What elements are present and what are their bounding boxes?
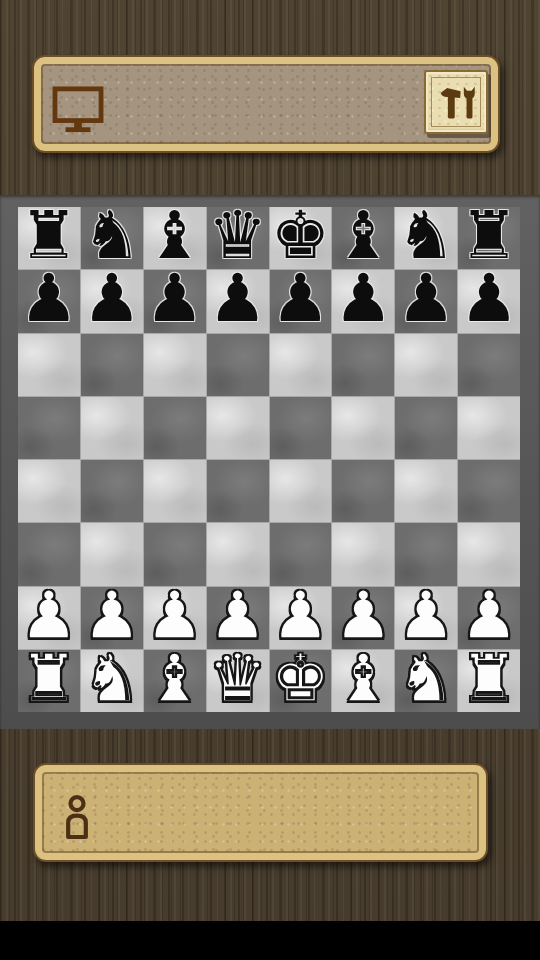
white-bishop: ♝ — [145, 648, 204, 710]
black-pawn: ♟ — [145, 268, 204, 330]
black-knight: ♞ — [82, 205, 141, 267]
black-rook: ♜ — [459, 205, 518, 267]
square-e1[interactable]: ♚ — [270, 650, 332, 712]
white-pawn: ♟ — [397, 585, 456, 647]
square-b1[interactable]: ♞ — [81, 650, 143, 712]
square-c1[interactable]: ♝ — [144, 650, 206, 712]
white-knight: ♞ — [397, 648, 456, 710]
square-b5[interactable] — [81, 397, 143, 459]
square-e4[interactable] — [270, 460, 332, 522]
white-bishop: ♝ — [334, 648, 393, 710]
human-player-panel — [33, 763, 488, 862]
square-f6[interactable] — [332, 334, 394, 396]
square-a6[interactable] — [18, 334, 80, 396]
square-h6[interactable] — [458, 334, 520, 396]
white-king: ♚ — [271, 648, 330, 710]
white-pawn: ♟ — [271, 585, 330, 647]
white-knight: ♞ — [82, 648, 141, 710]
square-h4[interactable] — [458, 460, 520, 522]
chess-board-grid: ♜♞♝♛♚♝♞♜♟♟♟♟♟♟♟♟♟♟♟♟♟♟♟♟♜♞♝♛♚♝♞♜ — [18, 207, 520, 712]
square-b6[interactable] — [81, 334, 143, 396]
square-g6[interactable] — [395, 334, 457, 396]
navigation-bar-area — [0, 921, 540, 960]
white-pawn: ♟ — [459, 585, 518, 647]
person-icon — [64, 794, 90, 840]
square-g1[interactable]: ♞ — [395, 650, 457, 712]
white-rook: ♜ — [19, 648, 78, 710]
square-c7[interactable]: ♟ — [144, 270, 206, 332]
black-pawn: ♟ — [397, 268, 456, 330]
white-pawn: ♟ — [334, 585, 393, 647]
square-c6[interactable] — [144, 334, 206, 396]
square-a5[interactable] — [18, 397, 80, 459]
square-h7[interactable]: ♟ — [458, 270, 520, 332]
square-a1[interactable]: ♜ — [18, 650, 80, 712]
square-f5[interactable] — [332, 397, 394, 459]
black-bishop: ♝ — [334, 205, 393, 267]
black-pawn: ♟ — [334, 268, 393, 330]
square-d6[interactable] — [207, 334, 269, 396]
black-knight: ♞ — [397, 205, 456, 267]
white-pawn: ♟ — [19, 585, 78, 647]
square-g5[interactable] — [395, 397, 457, 459]
square-f7[interactable]: ♟ — [332, 270, 394, 332]
square-e7[interactable]: ♟ — [270, 270, 332, 332]
white-pawn: ♟ — [82, 585, 141, 647]
square-f1[interactable]: ♝ — [332, 650, 394, 712]
settings-button[interactable] — [424, 70, 488, 134]
white-queen: ♛ — [208, 648, 267, 710]
black-rook: ♜ — [19, 205, 78, 267]
black-pawn: ♟ — [82, 268, 141, 330]
square-c4[interactable] — [144, 460, 206, 522]
square-b4[interactable] — [81, 460, 143, 522]
square-g7[interactable]: ♟ — [395, 270, 457, 332]
black-queen: ♛ — [208, 205, 267, 267]
white-rook: ♜ — [459, 648, 518, 710]
square-a4[interactable] — [18, 460, 80, 522]
white-pawn: ♟ — [208, 585, 267, 647]
monitor-icon — [52, 86, 104, 134]
black-pawn: ♟ — [19, 268, 78, 330]
tools-icon — [437, 83, 477, 123]
square-d4[interactable] — [207, 460, 269, 522]
square-a7[interactable]: ♟ — [18, 270, 80, 332]
black-pawn: ♟ — [271, 268, 330, 330]
black-king: ♚ — [271, 205, 330, 267]
square-e5[interactable] — [270, 397, 332, 459]
black-pawn: ♟ — [208, 268, 267, 330]
square-g4[interactable] — [395, 460, 457, 522]
square-c5[interactable] — [144, 397, 206, 459]
computer-player-panel — [32, 55, 500, 153]
square-d5[interactable] — [207, 397, 269, 459]
square-d7[interactable]: ♟ — [207, 270, 269, 332]
chess-board: ♜♞♝♛♚♝♞♜♟♟♟♟♟♟♟♟♟♟♟♟♟♟♟♟♜♞♝♛♚♝♞♜ — [0, 195, 540, 729]
square-e6[interactable] — [270, 334, 332, 396]
black-pawn: ♟ — [459, 268, 518, 330]
white-pawn: ♟ — [145, 585, 204, 647]
black-bishop: ♝ — [145, 205, 204, 267]
square-d1[interactable]: ♛ — [207, 650, 269, 712]
square-h1[interactable]: ♜ — [458, 650, 520, 712]
square-h5[interactable] — [458, 397, 520, 459]
square-f4[interactable] — [332, 460, 394, 522]
square-b7[interactable]: ♟ — [81, 270, 143, 332]
